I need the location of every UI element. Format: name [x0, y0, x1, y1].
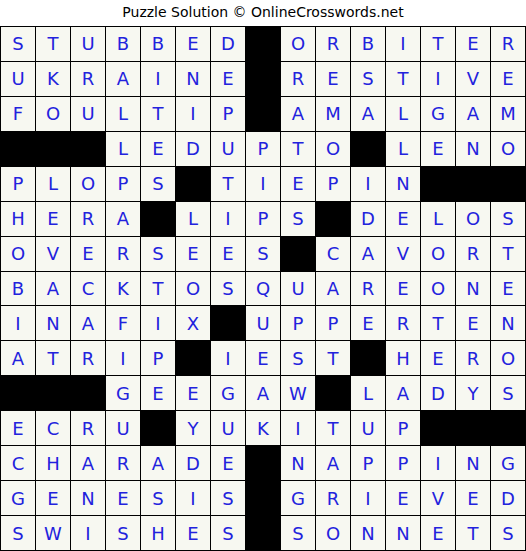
letter-cell: O: [176, 272, 210, 306]
letter-cell: E: [386, 481, 420, 515]
letter-cell: R: [316, 481, 350, 515]
letter-cell: E: [456, 481, 490, 515]
letter-cell: S: [211, 272, 245, 306]
letter-cell: M: [316, 97, 350, 131]
black-cell: [1, 132, 35, 166]
letter-cell: E: [176, 516, 210, 550]
letter-cell: A: [316, 272, 350, 306]
letter-cell: O: [491, 132, 525, 166]
letter-cell: S: [211, 516, 245, 550]
black-cell: [176, 341, 210, 375]
letter-cell: I: [176, 97, 210, 131]
letter-cell: E: [316, 62, 350, 96]
letter-cell: T: [316, 411, 350, 445]
letter-cell: U: [246, 306, 280, 340]
letter-cell: B: [351, 27, 385, 61]
letter-cell: R: [456, 237, 490, 271]
black-cell: [141, 202, 175, 236]
letter-cell: D: [351, 202, 385, 236]
black-cell: [421, 411, 455, 445]
letter-cell: D: [211, 27, 245, 61]
letter-cell: E: [421, 341, 455, 375]
letter-cell: N: [456, 132, 490, 166]
letter-cell: N: [71, 481, 105, 515]
letter-cell: L: [106, 97, 140, 131]
letter-cell: E: [281, 167, 315, 201]
letter-cell: S: [351, 62, 385, 96]
letter-cell: A: [386, 376, 420, 410]
letter-cell: E: [421, 132, 455, 166]
letter-cell: E: [491, 272, 525, 306]
letter-cell: I: [211, 202, 245, 236]
letter-cell: G: [281, 481, 315, 515]
letter-cell: H: [386, 341, 420, 375]
letter-cell: A: [351, 97, 385, 131]
letter-cell: S: [1, 27, 35, 61]
letter-cell: U: [351, 411, 385, 445]
letter-cell: C: [1, 446, 35, 480]
letter-cell: E: [36, 481, 70, 515]
letter-cell: I: [281, 411, 315, 445]
letter-cell: P: [106, 167, 140, 201]
letter-cell: L: [351, 376, 385, 410]
letter-cell: A: [456, 97, 490, 131]
black-cell: [246, 97, 280, 131]
letter-cell: D: [176, 132, 210, 166]
letter-cell: S: [281, 202, 315, 236]
letter-cell: Y: [456, 376, 490, 410]
letter-cell: I: [421, 62, 455, 96]
letter-cell: I: [1, 306, 35, 340]
letter-cell: O: [316, 132, 350, 166]
letter-cell: D: [421, 376, 455, 410]
letter-cell: E: [351, 306, 385, 340]
letter-cell: S: [106, 516, 140, 550]
letter-cell: N: [281, 446, 315, 480]
black-cell: [246, 481, 280, 515]
letter-cell: R: [281, 62, 315, 96]
letter-cell: N: [456, 272, 490, 306]
letter-cell: R: [386, 306, 420, 340]
letter-cell: H: [141, 516, 175, 550]
crossword-grid: STUBBEDORBITERUKRAINERESTIVEFOULTIPAMALG…: [0, 26, 526, 551]
black-cell: [246, 62, 280, 96]
letter-cell: N: [386, 516, 420, 550]
black-cell: [351, 341, 385, 375]
letter-cell: A: [71, 306, 105, 340]
letter-cell: R: [316, 27, 350, 61]
letter-cell: I: [176, 481, 210, 515]
letter-cell: D: [176, 446, 210, 480]
letter-cell: I: [386, 27, 420, 61]
letter-cell: K: [36, 62, 70, 96]
letter-cell: A: [351, 237, 385, 271]
letter-cell: T: [386, 62, 420, 96]
letter-cell: D: [491, 481, 525, 515]
letter-cell: P: [246, 132, 280, 166]
letter-cell: A: [141, 446, 175, 480]
letter-cell: C: [316, 237, 350, 271]
black-cell: [281, 237, 315, 271]
letter-cell: A: [1, 341, 35, 375]
letter-cell: G: [211, 376, 245, 410]
black-cell: [246, 516, 280, 550]
letter-cell: P: [386, 411, 420, 445]
letter-cell: K: [246, 411, 280, 445]
letter-cell: I: [211, 341, 245, 375]
letter-cell: E: [106, 481, 140, 515]
letter-cell: I: [106, 341, 140, 375]
letter-cell: O: [281, 27, 315, 61]
letter-cell: G: [106, 376, 140, 410]
letter-cell: T: [141, 97, 175, 131]
letter-cell: Y: [176, 411, 210, 445]
letter-cell: E: [211, 237, 245, 271]
letter-cell: N: [176, 62, 210, 96]
letter-cell: E: [71, 237, 105, 271]
letter-cell: T: [36, 341, 70, 375]
letter-cell: F: [106, 306, 140, 340]
letter-cell: P: [281, 306, 315, 340]
black-cell: [71, 376, 105, 410]
letter-cell: E: [1, 411, 35, 445]
letter-cell: I: [421, 446, 455, 480]
letter-cell: L: [421, 202, 455, 236]
letter-cell: I: [351, 167, 385, 201]
letter-cell: R: [456, 341, 490, 375]
letter-cell: O: [491, 341, 525, 375]
letter-cell: U: [211, 411, 245, 445]
letter-cell: T: [456, 516, 490, 550]
letter-cell: A: [281, 97, 315, 131]
black-cell: [36, 132, 70, 166]
letter-cell: N: [36, 306, 70, 340]
letter-cell: G: [1, 481, 35, 515]
letter-cell: T: [491, 237, 525, 271]
letter-cell: L: [176, 202, 210, 236]
letter-cell: E: [386, 202, 420, 236]
letter-cell: O: [71, 167, 105, 201]
letter-cell: O: [316, 516, 350, 550]
black-cell: [141, 411, 175, 445]
letter-cell: E: [421, 516, 455, 550]
letter-cell: P: [246, 202, 280, 236]
letter-cell: S: [1, 516, 35, 550]
black-cell: [246, 446, 280, 480]
letter-cell: A: [316, 446, 350, 480]
letter-cell: E: [491, 62, 525, 96]
letter-cell: P: [1, 167, 35, 201]
letter-cell: T: [141, 272, 175, 306]
letter-cell: B: [106, 27, 140, 61]
letter-cell: M: [491, 97, 525, 131]
letter-cell: A: [106, 202, 140, 236]
letter-cell: S: [141, 481, 175, 515]
letter-cell: L: [386, 132, 420, 166]
letter-cell: A: [246, 376, 280, 410]
letter-cell: K: [106, 272, 140, 306]
letter-cell: S: [141, 237, 175, 271]
letter-cell: B: [141, 27, 175, 61]
letter-cell: P: [351, 446, 385, 480]
black-cell: [491, 411, 525, 445]
letter-cell: H: [36, 446, 70, 480]
letter-cell: E: [176, 376, 210, 410]
black-cell: [1, 376, 35, 410]
letter-cell: N: [491, 306, 525, 340]
letter-cell: T: [421, 27, 455, 61]
letter-cell: R: [106, 237, 140, 271]
letter-cell: T: [316, 341, 350, 375]
letter-cell: N: [456, 446, 490, 480]
letter-cell: E: [246, 341, 280, 375]
letter-cell: G: [421, 97, 455, 131]
letter-cell: O: [421, 237, 455, 271]
letter-cell: O: [456, 202, 490, 236]
letter-cell: W: [281, 376, 315, 410]
letter-cell: R: [106, 446, 140, 480]
letter-cell: E: [141, 132, 175, 166]
black-cell: [36, 376, 70, 410]
letter-cell: E: [456, 27, 490, 61]
letter-cell: R: [71, 202, 105, 236]
letter-cell: E: [176, 27, 210, 61]
letter-cell: V: [36, 237, 70, 271]
letter-cell: U: [71, 97, 105, 131]
letter-cell: E: [141, 376, 175, 410]
letter-cell: I: [351, 481, 385, 515]
letter-cell: I: [246, 167, 280, 201]
letter-cell: S: [281, 341, 315, 375]
letter-cell: R: [71, 62, 105, 96]
letter-cell: L: [106, 132, 140, 166]
letter-cell: P: [141, 341, 175, 375]
letter-cell: A: [36, 272, 70, 306]
letter-cell: P: [386, 446, 420, 480]
letter-cell: U: [281, 272, 315, 306]
letter-cell: P: [211, 97, 245, 131]
black-cell: [71, 132, 105, 166]
letter-cell: E: [456, 306, 490, 340]
black-cell: [316, 202, 350, 236]
letter-cell: H: [1, 202, 35, 236]
letter-cell: R: [71, 411, 105, 445]
letter-cell: O: [421, 272, 455, 306]
letter-cell: G: [491, 446, 525, 480]
letter-cell: E: [36, 202, 70, 236]
letter-cell: V: [456, 62, 490, 96]
letter-cell: T: [211, 167, 245, 201]
letter-cell: V: [386, 237, 420, 271]
letter-cell: S: [491, 376, 525, 410]
letter-cell: S: [281, 516, 315, 550]
letter-cell: L: [36, 167, 70, 201]
letter-cell: R: [491, 27, 525, 61]
letter-cell: R: [351, 272, 385, 306]
page-title: Puzzle Solution © OnlineCrosswords.net: [0, 0, 526, 26]
letter-cell: O: [1, 237, 35, 271]
letter-cell: W: [36, 516, 70, 550]
letter-cell: U: [1, 62, 35, 96]
letter-cell: E: [211, 446, 245, 480]
letter-cell: S: [141, 167, 175, 201]
letter-cell: S: [491, 202, 525, 236]
letter-cell: N: [386, 167, 420, 201]
letter-cell: N: [351, 516, 385, 550]
letter-cell: E: [176, 237, 210, 271]
black-cell: [421, 167, 455, 201]
letter-cell: R: [71, 341, 105, 375]
letter-cell: O: [36, 97, 70, 131]
letter-cell: L: [386, 97, 420, 131]
letter-cell: I: [141, 62, 175, 96]
letter-cell: I: [141, 306, 175, 340]
black-cell: [491, 167, 525, 201]
letter-cell: U: [211, 132, 245, 166]
letter-cell: U: [106, 411, 140, 445]
letter-cell: T: [36, 27, 70, 61]
letter-cell: P: [316, 306, 350, 340]
black-cell: [351, 132, 385, 166]
letter-cell: F: [1, 97, 35, 131]
black-cell: [176, 167, 210, 201]
letter-cell: U: [71, 27, 105, 61]
letter-cell: S: [491, 516, 525, 550]
letter-cell: C: [36, 411, 70, 445]
black-cell: [211, 306, 245, 340]
letter-cell: T: [281, 132, 315, 166]
letter-cell: V: [421, 481, 455, 515]
letter-cell: C: [71, 272, 105, 306]
black-cell: [456, 167, 490, 201]
letter-cell: E: [386, 272, 420, 306]
letter-cell: I: [71, 516, 105, 550]
letter-cell: A: [106, 62, 140, 96]
letter-cell: X: [176, 306, 210, 340]
letter-cell: S: [211, 481, 245, 515]
letter-cell: B: [1, 272, 35, 306]
black-cell: [316, 376, 350, 410]
letter-cell: Q: [246, 272, 280, 306]
letter-cell: E: [211, 62, 245, 96]
black-cell: [456, 411, 490, 445]
letter-cell: P: [316, 167, 350, 201]
black-cell: [246, 27, 280, 61]
letter-cell: S: [246, 237, 280, 271]
letter-cell: A: [71, 446, 105, 480]
puzzle-solution-page: Puzzle Solution © OnlineCrosswords.net S…: [0, 0, 526, 551]
letter-cell: T: [421, 306, 455, 340]
